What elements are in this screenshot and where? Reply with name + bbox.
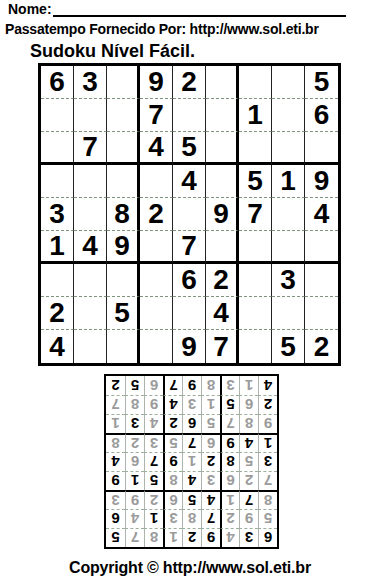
solution-cell-r6c2: 4: [239, 433, 258, 452]
puzzle-cell-r6c7[interactable]: [239, 231, 272, 264]
puzzle-cell-r8c6: 4: [206, 297, 239, 330]
puzzle-cell-r7c2[interactable]: [74, 264, 107, 297]
puzzle-cell-r7c6: 2: [206, 264, 239, 297]
solution-cell-r5c1: 3: [258, 452, 277, 471]
solution-cell-r4c5: 4: [182, 471, 201, 490]
puzzle-cell-r2c8[interactable]: [272, 99, 305, 132]
puzzle-cell-r2c9: 6: [305, 99, 338, 132]
solution-cell-r1c8: 7: [125, 528, 144, 547]
solution-cell-r2c2: 9: [239, 509, 258, 528]
solution-cell-r6c1: 1: [258, 433, 277, 452]
puzzle-cell-r1c8[interactable]: [272, 66, 305, 99]
solution-cell-r7c4: 5: [201, 414, 220, 433]
solution-cell-r6c6: 5: [163, 433, 182, 452]
puzzle-cell-r5c9: 4: [305, 198, 338, 231]
solution-cell-r2c1: 5: [258, 509, 277, 528]
solution-cell-r5c4: 2: [201, 452, 220, 471]
solution-cell-r2c9: 6: [106, 509, 125, 528]
puzzle-cell-r9c6: 7: [206, 330, 239, 363]
puzzle-cell-r3c7[interactable]: [239, 132, 272, 165]
puzzle-cell-r6c6[interactable]: [206, 231, 239, 264]
puzzle-cell-r7c8: 3: [272, 264, 305, 297]
puzzle-cell-r9c2[interactable]: [74, 330, 107, 363]
puzzle-cell-r5c7: 7: [239, 198, 272, 231]
solution-cell-r9c5: 9: [182, 376, 201, 395]
puzzle-cell-r3c5: 5: [173, 132, 206, 165]
puzzle-cell-r3c1[interactable]: [41, 132, 74, 165]
solution-cell-r6c4: 6: [201, 433, 220, 452]
puzzle-cell-r5c3: 8: [107, 198, 140, 231]
provider-line: Passatempo Fornecido Por: http://www.sol…: [5, 21, 319, 37]
solution-cell-r1c4: 9: [201, 528, 220, 547]
puzzle-cell-r5c8[interactable]: [272, 198, 305, 231]
solution-cell-r2c5: 8: [182, 509, 201, 528]
solution-cell-r7c7: 4: [144, 414, 163, 433]
solution-cell-r9c4: 8: [201, 376, 220, 395]
puzzle-cell-r4c2[interactable]: [74, 165, 107, 198]
sudoku-worksheet-page: Nome: Passatempo Fornecido Por: http://w…: [0, 0, 380, 585]
solution-cell-r8c9: 7: [106, 395, 125, 414]
puzzle-cell-r9c1: 4: [41, 330, 74, 363]
solution-cell-r7c3: 7: [220, 414, 239, 433]
puzzle-cell-r5c1: 3: [41, 198, 74, 231]
solution-cell-r2c4: 7: [201, 509, 220, 528]
solution-cell-r5c5: 1: [182, 452, 201, 471]
puzzle-cell-r1c7[interactable]: [239, 66, 272, 99]
puzzle-cell-r4c6[interactable]: [206, 165, 239, 198]
solution-cell-r5c6: 9: [163, 452, 182, 471]
puzzle-cell-r8c5[interactable]: [173, 297, 206, 330]
solution-cell-r4c8: 1: [125, 471, 144, 490]
puzzle-cell-r7c5: 6: [173, 264, 206, 297]
puzzle-cell-r6c8[interactable]: [272, 231, 305, 264]
puzzle-cell-r4c3[interactable]: [107, 165, 140, 198]
solution-cell-r6c9: 8: [106, 433, 125, 452]
puzzle-cell-r8c3: 5: [107, 297, 140, 330]
solution-cell-r9c7: 6: [144, 376, 163, 395]
solution-cell-r1c7: 8: [144, 528, 163, 547]
solution-cell-r7c6: 2: [163, 414, 182, 433]
puzzle-cell-r7c3[interactable]: [107, 264, 140, 297]
puzzle-cell-r6c2: 4: [74, 231, 107, 264]
puzzle-cell-r9c5: 9: [173, 330, 206, 363]
puzzle-cell-r5c6: 9: [206, 198, 239, 231]
puzzle-cell-r1c1: 6: [41, 66, 74, 99]
puzzle-cell-r6c1: 1: [41, 231, 74, 264]
puzzle-cell-r2c1[interactable]: [41, 99, 74, 132]
puzzle-cell-r8c2[interactable]: [74, 297, 107, 330]
solution-cell-r8c5: 3: [182, 395, 201, 414]
puzzle-cell-r8c7[interactable]: [239, 297, 272, 330]
solution-cell-r7c2: 8: [239, 414, 258, 433]
solution-cell-r3c6: 6: [163, 490, 182, 509]
solution-cell-r4c6: 8: [163, 471, 182, 490]
solution-cell-r3c3: 1: [220, 490, 239, 509]
solution-cell-r3c1: 8: [258, 490, 277, 509]
puzzle-cell-r4c1[interactable]: [41, 165, 74, 198]
solution-cell-r6c8: 2: [125, 433, 144, 452]
solution-cell-r1c3: 4: [220, 528, 239, 547]
puzzle-cell-r7c4[interactable]: [140, 264, 173, 297]
puzzle-cell-r4c8: 1: [272, 165, 305, 198]
solution-cell-r2c8: 4: [125, 509, 144, 528]
puzzle-cell-r7c7[interactable]: [239, 264, 272, 297]
solution-cell-r3c2: 7: [239, 490, 258, 509]
solution-cell-r7c8: 3: [125, 414, 144, 433]
solution-cell-r9c6: 7: [163, 376, 182, 395]
puzzle-cell-r6c9[interactable]: [305, 231, 338, 264]
puzzle-cell-r2c2[interactable]: [74, 99, 107, 132]
solution-cell-r7c5: 6: [182, 414, 201, 433]
puzzle-cell-r4c9: 9: [305, 165, 338, 198]
puzzle-cell-r9c7[interactable]: [239, 330, 272, 363]
puzzle-grid: 639257167454519382974149762325449752: [38, 63, 341, 366]
solution-cell-r5c2: 5: [239, 452, 258, 471]
puzzle-cell-r3c9[interactable]: [305, 132, 338, 165]
puzzle-cell-r6c3: 9: [107, 231, 140, 264]
solution-cell-r9c2: 1: [239, 376, 258, 395]
solution-cell-r4c4: 3: [201, 471, 220, 490]
puzzle-cell-r3c6[interactable]: [206, 132, 239, 165]
puzzle-cell-r8c8[interactable]: [272, 297, 305, 330]
solution-cell-r7c1: 9: [258, 414, 277, 433]
copyright-text: Copyright © http://www.sol.eti.br: [0, 559, 380, 577]
solution-cell-r9c1: 4: [258, 376, 277, 395]
puzzle-cell-r5c4: 2: [140, 198, 173, 231]
solution-cell-r6c5: 7: [182, 433, 201, 452]
puzzle-cell-r3c2: 7: [74, 132, 107, 165]
solution-cell-r8c3: 5: [220, 395, 239, 414]
puzzle-cell-r8c1: 2: [41, 297, 74, 330]
solution-cell-r9c3: 3: [220, 376, 239, 395]
solution-cell-r1c9: 5: [106, 528, 125, 547]
name-fill-in-line[interactable]: [53, 2, 346, 17]
solution-cell-r7c9: 1: [106, 414, 125, 433]
solution-cell-r5c3: 8: [220, 452, 239, 471]
solution-cell-r1c2: 3: [239, 528, 258, 547]
solution-cell-r3c5: 5: [182, 490, 201, 509]
solution-grid: 6349218755927831468714562937263485193582…: [104, 374, 279, 549]
solution-cell-r8c1: 2: [258, 395, 277, 414]
puzzle-cell-r1c9: 5: [305, 66, 338, 99]
puzzle-cell-r4c5: 4: [173, 165, 206, 198]
puzzle-cell-r1c3[interactable]: [107, 66, 140, 99]
solution-cell-r2c6: 3: [163, 509, 182, 528]
solution-cell-r9c8: 5: [125, 376, 144, 395]
puzzle-cell-r4c7: 5: [239, 165, 272, 198]
puzzle-cell-r2c5[interactable]: [173, 99, 206, 132]
puzzle-cell-r3c3[interactable]: [107, 132, 140, 165]
puzzle-cell-r9c4[interactable]: [140, 330, 173, 363]
solution-cell-r4c9: 9: [106, 471, 125, 490]
solution-cell-r3c4: 4: [201, 490, 220, 509]
puzzle-cell-r4c4[interactable]: [140, 165, 173, 198]
puzzle-cell-r7c1[interactable]: [41, 264, 74, 297]
solution-cell-r8c8: 8: [125, 395, 144, 414]
puzzle-cell-r2c3[interactable]: [107, 99, 140, 132]
solution-cell-r8c6: 4: [163, 395, 182, 414]
solution-cell-r4c7: 5: [144, 471, 163, 490]
solution-cell-r6c3: 9: [220, 433, 239, 452]
puzzle-cell-r2c7: 1: [239, 99, 272, 132]
solution-cell-r8c7: 9: [144, 395, 163, 414]
puzzle-cell-r9c8: 5: [272, 330, 305, 363]
solution-cell-r4c2: 2: [239, 471, 258, 490]
solution-cell-r3c8: 9: [125, 490, 144, 509]
page-title: Sudoku Nível Fácil.: [30, 41, 195, 62]
solution-cell-r5c8: 6: [125, 452, 144, 471]
name-label: Nome:: [8, 1, 52, 17]
puzzle-cell-r3c8[interactable]: [272, 132, 305, 165]
puzzle-cell-r3c4: 4: [140, 132, 173, 165]
puzzle-cell-r2c4: 7: [140, 99, 173, 132]
solution-cell-r1c1: 6: [258, 528, 277, 547]
solution-cell-r2c7: 1: [144, 509, 163, 528]
puzzle-cell-r6c5: 7: [173, 231, 206, 264]
solution-cell-r8c4: 1: [201, 395, 220, 414]
puzzle-cell-r6c4[interactable]: [140, 231, 173, 264]
solution-cell-r3c7: 2: [144, 490, 163, 509]
solution-cell-r6c7: 3: [144, 433, 163, 452]
puzzle-cell-r8c4[interactable]: [140, 297, 173, 330]
solution-cell-r1c5: 2: [182, 528, 201, 547]
puzzle-cell-r7c9[interactable]: [305, 264, 338, 297]
puzzle-cell-r1c5: 2: [173, 66, 206, 99]
puzzle-cell-r1c2: 3: [74, 66, 107, 99]
puzzle-cell-r1c4: 9: [140, 66, 173, 99]
name-row: Nome:: [8, 1, 346, 17]
solution-cell-r8c2: 6: [239, 395, 258, 414]
solution-cell-r4c3: 6: [220, 471, 239, 490]
puzzle-cell-r5c5[interactable]: [173, 198, 206, 231]
solution-cell-r2c3: 2: [220, 509, 239, 528]
solution-cell-r4c1: 7: [258, 471, 277, 490]
puzzle-cell-r1c6[interactable]: [206, 66, 239, 99]
solution-cell-r3c9: 3: [106, 490, 125, 509]
puzzle-cell-r5c2[interactable]: [74, 198, 107, 231]
solution-cell-r5c9: 4: [106, 452, 125, 471]
puzzle-cell-r8c9[interactable]: [305, 297, 338, 330]
solution-cell-r9c9: 2: [106, 376, 125, 395]
solution-cell-r1c6: 1: [163, 528, 182, 547]
puzzle-cell-r2c6[interactable]: [206, 99, 239, 132]
puzzle-cell-r9c3[interactable]: [107, 330, 140, 363]
puzzle-cell-r9c9: 2: [305, 330, 338, 363]
solution-cell-r5c7: 7: [144, 452, 163, 471]
